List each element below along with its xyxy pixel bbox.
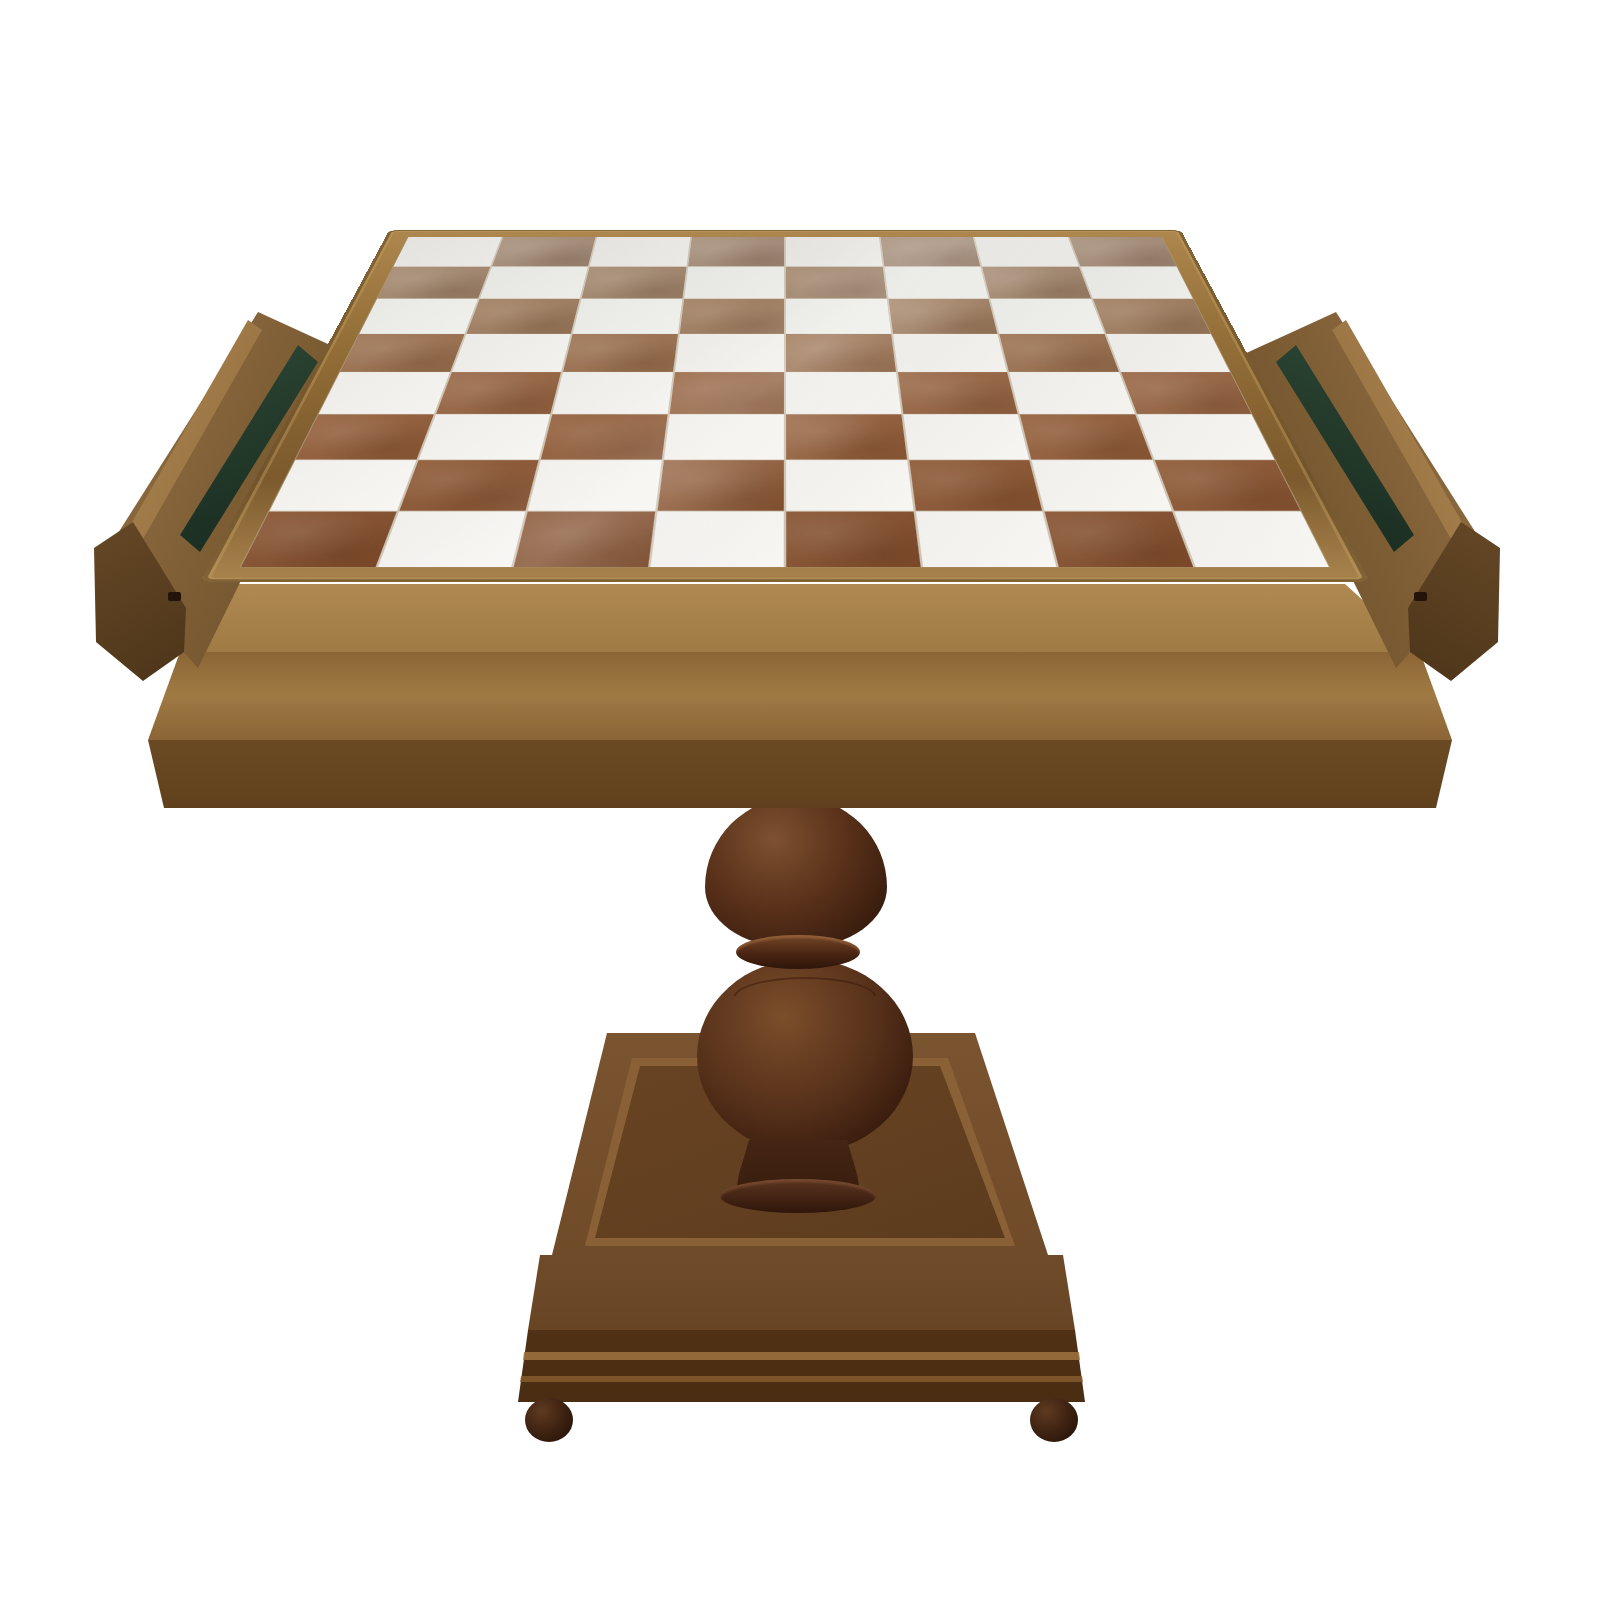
board-square: [679, 299, 784, 333]
right-drawer-latch: [1414, 592, 1427, 601]
board-square: [452, 334, 571, 372]
board-square: [1009, 372, 1134, 413]
board-square: [528, 460, 661, 510]
board-square: [999, 334, 1118, 372]
board-square: [270, 460, 416, 510]
board-square: [492, 237, 596, 266]
pedestal-collar-ring: [736, 935, 860, 969]
board-square: [360, 299, 478, 333]
pedestal-foot-disc: [720, 1179, 876, 1213]
board-square: [893, 334, 1007, 372]
board-square: [514, 511, 655, 567]
board-square: [909, 460, 1042, 510]
chess-board-frame: [200, 230, 1369, 581]
board-square: [982, 267, 1090, 299]
board-square: [786, 237, 882, 266]
pedestal-column: [660, 795, 940, 1215]
board-square: [466, 299, 579, 333]
chess-table-scene: [0, 0, 1600, 1600]
board-square: [675, 334, 784, 372]
board-square: [1093, 299, 1211, 333]
board-square: [319, 372, 449, 413]
board-square: [241, 511, 396, 567]
board-square: [684, 267, 784, 299]
board-square: [399, 460, 539, 510]
board-square: [786, 372, 901, 413]
board-square: [663, 414, 783, 459]
board-square: [786, 511, 920, 567]
board-square: [340, 334, 464, 372]
board-square: [377, 511, 525, 567]
board-square: [884, 267, 988, 299]
board-square: [541, 414, 667, 459]
board-square: [1045, 511, 1193, 567]
board-square: [377, 267, 489, 299]
board-square: [563, 334, 677, 372]
board-square: [553, 372, 673, 413]
board-square: [1032, 460, 1172, 510]
board-square: [786, 299, 891, 333]
board-square: [903, 414, 1029, 459]
board-square: [1080, 267, 1192, 299]
board-square: [296, 414, 434, 459]
board-square: [1106, 334, 1230, 372]
chess-board: [240, 237, 1331, 568]
board-square: [786, 334, 895, 372]
board-square: [688, 237, 784, 266]
board-square: [975, 237, 1079, 266]
board-square: [888, 299, 997, 333]
board-square: [990, 299, 1103, 333]
board-square: [1137, 414, 1275, 459]
board-square: [590, 237, 690, 266]
chess-board-perspective: [313, 0, 1257, 844]
board-square: [436, 372, 561, 413]
board-square: [1020, 414, 1152, 459]
board-square: [786, 267, 886, 299]
board-square: [394, 237, 501, 266]
board-square: [1069, 237, 1176, 266]
board-square: [1174, 511, 1329, 567]
board-square: [418, 414, 550, 459]
board-square: [657, 460, 784, 510]
board-square: [582, 267, 686, 299]
board-square: [786, 414, 906, 459]
board-square: [898, 372, 1018, 413]
board-square: [669, 372, 784, 413]
board-square: [1154, 460, 1300, 510]
board-square: [880, 237, 980, 266]
board-square: [915, 511, 1056, 567]
bun-foot-left: [525, 1398, 573, 1442]
board-square: [479, 267, 587, 299]
board-square: [650, 511, 784, 567]
left-drawer-latch: [168, 592, 181, 601]
board-square: [1121, 372, 1251, 413]
bun-foot-right: [1030, 1398, 1078, 1442]
board-square: [573, 299, 682, 333]
board-square: [786, 460, 913, 510]
